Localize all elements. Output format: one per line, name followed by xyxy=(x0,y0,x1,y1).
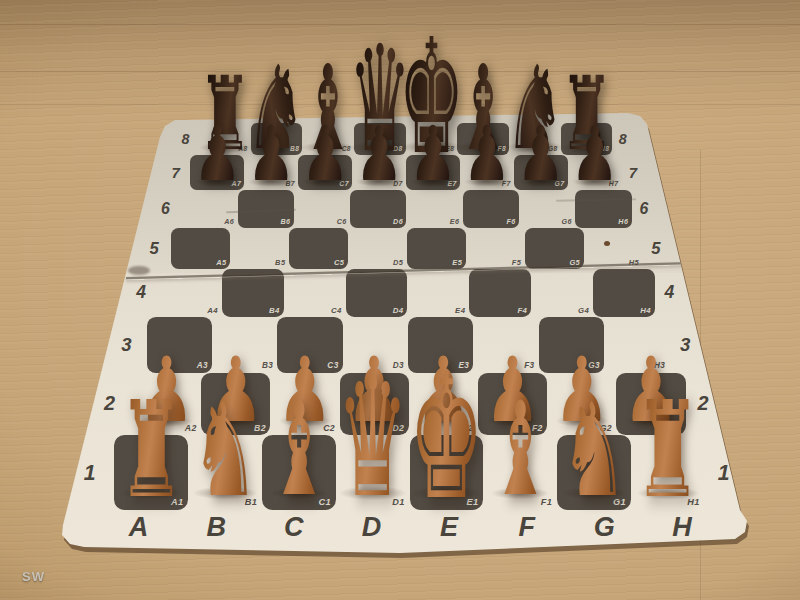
board-smudge xyxy=(128,266,150,275)
square-f4[interactable]: F4 xyxy=(469,269,531,317)
pawn-glyph: ♟ xyxy=(301,118,349,194)
square-coordinate-label: F6 xyxy=(507,219,516,226)
square-coordinate-label: G6 xyxy=(562,219,572,226)
bishop-glyph: ♝ xyxy=(490,386,551,515)
rank-label-right-5: 5 xyxy=(651,240,660,257)
rank-row-5: A5B5C5D5E5F5G5H5 xyxy=(171,228,642,269)
square-coordinate-label: D5 xyxy=(393,259,403,266)
rank-label-left-6: 6 xyxy=(161,201,170,217)
rank-label-left-3: 3 xyxy=(121,336,131,355)
square-coordinate-label: E6 xyxy=(450,219,460,226)
square-e5[interactable]: E5 xyxy=(407,228,466,269)
square-coordinate-label: A6 xyxy=(224,219,234,226)
rank-label-left-1: 1 xyxy=(84,462,96,483)
square-b5[interactable]: B5 xyxy=(230,228,289,269)
square-g5[interactable]: G5 xyxy=(525,228,584,269)
square-coordinate-label: H4 xyxy=(640,307,651,315)
pawn-glyph: ♟ xyxy=(571,118,619,194)
rank-label-left-2: 2 xyxy=(104,394,115,414)
square-coordinate-label: H6 xyxy=(618,219,628,226)
square-c4[interactable]: C4 xyxy=(284,269,346,317)
square-coordinate-label: C6 xyxy=(337,219,347,226)
board-stain xyxy=(604,241,610,246)
rook-glyph: ♜ xyxy=(635,383,701,516)
square-coordinate-label: D6 xyxy=(393,219,403,226)
queen-glyph: ♛ xyxy=(337,358,409,522)
knight-glyph: ♞ xyxy=(191,386,259,515)
watermark: SW xyxy=(22,569,45,584)
rank-label-right-3: 3 xyxy=(680,336,690,355)
square-g4[interactable]: G4 xyxy=(531,269,593,317)
rank-label-right-7: 7 xyxy=(629,165,637,180)
pawn-glyph: ♟ xyxy=(247,118,295,194)
chessboard-photo-scene: A1B1C1D1E1F1G1H1A2B2C2D2E2F2G2H2A3B3C3D3… xyxy=(0,0,800,600)
king-glyph: ♚ xyxy=(409,352,484,524)
square-coordinate-label: A3 xyxy=(197,362,208,370)
pawn-glyph: ♟ xyxy=(193,118,241,194)
square-coordinate-label: B3 xyxy=(262,362,273,370)
pawn-glyph: ♟ xyxy=(355,118,403,194)
square-coordinate-label: D4 xyxy=(393,307,404,315)
square-coordinate-label: E5 xyxy=(452,259,462,266)
square-coordinate-label: B5 xyxy=(275,259,285,266)
rank-label-right-6: 6 xyxy=(640,201,649,217)
square-coordinate-label: F4 xyxy=(517,307,527,315)
rank-label-left-4: 4 xyxy=(136,284,146,302)
square-coordinate-label: C5 xyxy=(334,259,344,266)
square-d5[interactable]: D5 xyxy=(348,228,407,269)
square-a5[interactable]: A5 xyxy=(171,228,230,269)
square-f5[interactable]: F5 xyxy=(466,228,525,269)
rook-glyph: ♜ xyxy=(118,383,184,516)
rank-label-left-8: 8 xyxy=(181,132,189,146)
square-coordinate-label: A5 xyxy=(216,259,226,266)
pawn-glyph: ♟ xyxy=(517,118,565,194)
pawn-glyph: ♟ xyxy=(409,118,457,194)
pawn-glyph: ♟ xyxy=(463,118,511,194)
rank-label-right-4: 4 xyxy=(665,284,675,302)
square-c5[interactable]: C5 xyxy=(289,228,348,269)
rank-label-right-1: 1 xyxy=(718,462,730,483)
square-coordinate-label: C4 xyxy=(331,307,342,315)
rank-label-right-8: 8 xyxy=(619,132,627,146)
bishop-glyph: ♝ xyxy=(268,386,329,515)
square-coordinate-label: B6 xyxy=(280,219,290,226)
rank-label-left-7: 7 xyxy=(172,165,180,180)
square-coordinate-label: G4 xyxy=(578,307,589,315)
square-d4[interactable]: D4 xyxy=(346,269,408,317)
square-coordinate-label: E4 xyxy=(455,307,465,315)
square-e4[interactable]: E4 xyxy=(407,269,469,317)
square-coordinate-label: B4 xyxy=(269,307,280,315)
knight-glyph: ♞ xyxy=(560,386,628,515)
rank-label-left-5: 5 xyxy=(149,240,158,257)
square-coordinate-label: A4 xyxy=(207,307,218,315)
square-h4[interactable]: H4 xyxy=(593,269,655,317)
